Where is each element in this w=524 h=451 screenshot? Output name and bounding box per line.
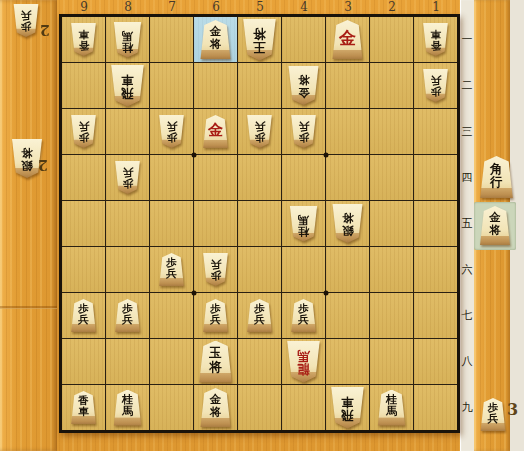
board-cell-4a[interactable] [282, 17, 325, 62]
board-cell-5c[interactable]: 歩兵 [238, 109, 281, 154]
board-cell-6a[interactable]: 金将 [194, 17, 237, 62]
piece-text: 金将 [199, 391, 233, 420]
piece-text: 歩兵 [422, 75, 450, 98]
piece-text: 飛車 [109, 71, 146, 103]
file-label-3: 3 [326, 0, 370, 15]
piece-text: 金将 [478, 209, 512, 238]
board-cell-7g[interactable] [150, 293, 193, 338]
piece-text: 金将 [287, 72, 321, 101]
piece-text: 歩兵 [70, 121, 98, 144]
board-cell-3e[interactable]: 銀将 [326, 201, 369, 246]
piece-text: 歩兵 [246, 121, 274, 144]
board-cell-4i[interactable] [282, 385, 325, 430]
board-cell-3a[interactable]: 金 [326, 17, 369, 62]
file-label-2: 2 [370, 0, 414, 15]
board-cell-1g[interactable] [414, 293, 457, 338]
board-cell-9c[interactable]: 歩兵 [62, 109, 105, 154]
board-cell-1f[interactable] [414, 247, 457, 292]
piece-text: 香車 [422, 29, 450, 52]
rank-label-1: 一 [460, 17, 474, 63]
piece-text: 歩兵 [114, 302, 142, 325]
shogi-piece-gote-pawn[interactable]: 歩兵 [70, 115, 98, 148]
shogi-piece-gote-rook[interactable]: 飛車 [329, 387, 366, 429]
rank-label-2: 二 [460, 63, 474, 109]
board-cell-4e[interactable]: 桂馬 [282, 201, 325, 246]
shogi-piece-gote-pawn[interactable]: 歩兵 [12, 4, 40, 37]
board-cell-8c[interactable] [106, 109, 149, 154]
board-cell-1i[interactable] [414, 385, 457, 430]
board-cell-1c[interactable] [414, 109, 457, 154]
shogi-piece-sente-pawn[interactable]: 歩兵 [290, 299, 318, 332]
rank-label-9: 九 [460, 384, 474, 430]
shogi-piece-gote-knight[interactable]: 桂馬 [288, 206, 319, 242]
piece-text: 歩兵 [202, 302, 230, 325]
board-cell-1d[interactable] [414, 155, 457, 200]
board-cell-1a[interactable]: 香車 [414, 17, 457, 62]
file-label-8: 8 [106, 0, 150, 15]
board-cell-7h[interactable] [150, 339, 193, 384]
piece-text: 歩兵 [12, 10, 40, 33]
shogi-piece-sente-promoted-lance[interactable]: 金 [202, 115, 230, 148]
file-labels: 987654321 [62, 0, 458, 15]
board-cell-8g[interactable]: 歩兵 [106, 293, 149, 338]
piece-text: 金 [202, 118, 230, 141]
star-point [324, 291, 329, 296]
shogi-piece-sente-pawn[interactable]: 歩兵 [158, 253, 186, 286]
board-cell-3c[interactable] [326, 109, 369, 154]
rank-label-6: 六 [460, 246, 474, 292]
board-cell-9d[interactable] [62, 155, 105, 200]
piece-text: 香車 [70, 29, 98, 52]
shogi-piece-gote-silver[interactable]: 銀将 [331, 204, 365, 243]
file-label-5: 5 [238, 0, 282, 15]
board-cell-8i[interactable]: 桂馬 [106, 385, 149, 430]
shogi-piece-gote-pawn[interactable]: 歩兵 [422, 69, 450, 102]
piece-text: 歩兵 [158, 121, 186, 144]
stand-seam [0, 306, 57, 309]
board-cell-2f[interactable] [370, 247, 413, 292]
board-cell-5b[interactable] [238, 63, 281, 108]
board-cell-3h[interactable] [326, 339, 369, 384]
board-cell-2g[interactable] [370, 293, 413, 338]
piece-text: 桂馬 [288, 212, 319, 238]
piece-text: 歩兵 [114, 167, 142, 190]
piece-text: 桂馬 [112, 393, 143, 419]
board-cell-2e[interactable] [370, 201, 413, 246]
shogi-piece-sente-pawn[interactable]: 歩兵 [70, 299, 98, 332]
shogi-piece-gote-pawn[interactable]: 歩兵 [114, 161, 142, 194]
shogi-piece-sente-promoted-silver[interactable]: 金 [331, 20, 365, 59]
piece-text: 歩兵 [290, 121, 318, 144]
piece-text: 歩兵 [70, 302, 98, 325]
shogi-piece-sente-pawn[interactable]: 歩兵 [479, 398, 507, 431]
board-cell-5g[interactable]: 歩兵 [238, 293, 281, 338]
piece-text: 龍馬 [285, 347, 322, 379]
shogi-piece-gote-pawn[interactable]: 歩兵 [290, 115, 318, 148]
board-cell-4b[interactable]: 金将 [282, 63, 325, 108]
shogi-piece-gote-lance[interactable]: 香車 [422, 23, 450, 56]
board-cell-3d[interactable] [326, 155, 369, 200]
board-cell-1h[interactable] [414, 339, 457, 384]
board-cell-9f[interactable] [62, 247, 105, 292]
piece-text: 玉将 [197, 344, 234, 376]
piece-text: 桂馬 [376, 393, 407, 419]
shogi-piece-gote-pawn[interactable]: 歩兵 [246, 115, 274, 148]
file-label-7: 7 [150, 0, 194, 15]
board-cell-3g[interactable] [326, 293, 369, 338]
board-cell-4c[interactable]: 歩兵 [282, 109, 325, 154]
piece-count: 2 [38, 157, 48, 173]
shogi-piece-sente-pawn[interactable]: 歩兵 [246, 299, 274, 332]
board-cell-5e[interactable] [238, 201, 281, 246]
board-cell-3i[interactable]: 飛車 [326, 385, 369, 430]
board-cell-7a[interactable] [150, 17, 193, 62]
board-cell-4f[interactable] [282, 247, 325, 292]
star-point [324, 153, 329, 158]
rank-label-7: 七 [460, 292, 474, 338]
shogi-piece-gote-pawn[interactable]: 歩兵 [202, 253, 230, 286]
shogi-piece-gote-promoted-bishop[interactable]: 龍馬 [285, 341, 322, 383]
shogi-piece-sente-gold[interactable]: 金将 [199, 388, 233, 427]
board-cell-8d[interactable]: 歩兵 [106, 155, 149, 200]
piece-text: 歩兵 [479, 401, 507, 424]
board-cell-7c[interactable]: 歩兵 [150, 109, 193, 154]
piece-text: 桂馬 [112, 28, 143, 54]
board-cell-4d[interactable] [282, 155, 325, 200]
board-cell-8e[interactable] [106, 201, 149, 246]
rank-label-3: 三 [460, 109, 474, 155]
board-cell-7i[interactable] [150, 385, 193, 430]
shogi-piece-gote-rook[interactable]: 飛車 [109, 65, 146, 107]
board-cell-7e[interactable] [150, 201, 193, 246]
board-cell-5i[interactable] [238, 385, 281, 430]
rank-label-8: 八 [460, 338, 474, 384]
board-cell-8a[interactable]: 桂馬 [106, 17, 149, 62]
board-cell-6d[interactable] [194, 155, 237, 200]
board-cell-6f[interactable]: 歩兵 [194, 247, 237, 292]
shogi-piece-gote-king[interactable]: 王将 [241, 19, 278, 61]
board-cell-6b[interactable] [194, 63, 237, 108]
piece-text: 飛車 [329, 393, 366, 425]
piece-count: 3 [507, 400, 518, 419]
shogi-app: 987654321 一二三四五六七八九 香車桂馬金将王将金香車飛車金将歩兵歩兵歩… [0, 0, 524, 451]
shogi-piece-sente-king[interactable]: 玉将 [197, 341, 234, 383]
board-cell-5d[interactable] [238, 155, 281, 200]
board-cell-2i[interactable]: 桂馬 [370, 385, 413, 430]
file-label-4: 4 [282, 0, 326, 15]
shogi-piece-gote-pawn[interactable]: 歩兵 [158, 115, 186, 148]
board-cell-7d[interactable] [150, 155, 193, 200]
shogi-piece-gote-gold[interactable]: 金将 [287, 66, 321, 105]
shogi-piece-gote-knight[interactable]: 桂馬 [112, 22, 143, 58]
board-cell-9e[interactable] [62, 201, 105, 246]
shogi-piece-sente-gold[interactable]: 金将 [199, 20, 233, 59]
shogi-piece-sente-pawn[interactable]: 歩兵 [114, 299, 142, 332]
board-cell-6i[interactable]: 金将 [194, 385, 237, 430]
board-cell-5h[interactable] [238, 339, 281, 384]
shogi-piece-sente-knight[interactable]: 桂馬 [112, 390, 143, 426]
board-cell-3b[interactable] [326, 63, 369, 108]
rank-labels: 一二三四五六七八九 [460, 17, 474, 430]
shogi-board: 香車桂馬金将王将金香車飛車金将歩兵歩兵歩兵金歩兵歩兵歩兵桂馬銀将歩兵歩兵歩兵歩兵… [59, 14, 460, 433]
file-label-9: 9 [62, 0, 106, 15]
board-cell-3f[interactable] [326, 247, 369, 292]
board-cell-2d[interactable] [370, 155, 413, 200]
file-label-1: 1 [414, 0, 458, 15]
board-cell-8b[interactable]: 飛車 [106, 63, 149, 108]
star-point [192, 291, 197, 296]
board-cell-8f[interactable] [106, 247, 149, 292]
gote-hand-stand [0, 0, 57, 451]
piece-text: 歩兵 [290, 302, 318, 325]
shogi-piece-sente-bishop[interactable]: 角行 [478, 156, 515, 198]
piece-text: 金将 [199, 23, 233, 52]
board-cell-6h[interactable]: 玉将 [194, 339, 237, 384]
shogi-piece-sente-knight[interactable]: 桂馬 [376, 390, 407, 426]
board-cell-7b[interactable] [150, 63, 193, 108]
board-cell-6c[interactable]: 金 [194, 109, 237, 154]
board-cell-1e[interactable] [414, 201, 457, 246]
board-cell-2a[interactable] [370, 17, 413, 62]
star-point [192, 153, 197, 158]
rank-label-4: 四 [460, 155, 474, 201]
board-cell-2c[interactable] [370, 109, 413, 154]
board-cell-1b[interactable]: 歩兵 [414, 63, 457, 108]
piece-text: 歩兵 [246, 302, 274, 325]
rank-label-5: 五 [460, 201, 474, 247]
piece-text: 金 [331, 23, 365, 52]
piece-text: 王将 [241, 25, 278, 57]
board-cell-2h[interactable] [370, 339, 413, 384]
board-cell-5f[interactable] [238, 247, 281, 292]
shogi-piece-sente-gold[interactable]: 金将 [478, 206, 512, 245]
board-cell-9h[interactable] [62, 339, 105, 384]
board-cell-5a[interactable]: 王将 [238, 17, 281, 62]
piece-count: 2 [40, 22, 50, 38]
board-cell-2b[interactable] [370, 63, 413, 108]
board-cell-4h[interactable]: 龍馬 [282, 339, 325, 384]
shogi-piece-sente-lance[interactable]: 香車 [70, 391, 98, 424]
board-cell-9b[interactable] [62, 63, 105, 108]
piece-text: 角行 [478, 159, 515, 191]
shogi-piece-gote-lance[interactable]: 香車 [70, 23, 98, 56]
shogi-piece-sente-pawn[interactable]: 歩兵 [202, 299, 230, 332]
board-cell-6e[interactable] [194, 201, 237, 246]
board-cell-8h[interactable] [106, 339, 149, 384]
board-cell-9i[interactable]: 香車 [62, 385, 105, 430]
piece-text: 歩兵 [158, 256, 186, 279]
board-cell-6g[interactable]: 歩兵 [194, 293, 237, 338]
piece-text: 銀将 [331, 210, 365, 239]
board-cell-9a[interactable]: 香車 [62, 17, 105, 62]
piece-text: 歩兵 [202, 259, 230, 282]
board-cell-4g[interactable]: 歩兵 [282, 293, 325, 338]
board-cell-9g[interactable]: 歩兵 [62, 293, 105, 338]
file-label-6: 6 [194, 0, 238, 15]
piece-text: 香車 [70, 394, 98, 417]
board-cell-7f[interactable]: 歩兵 [150, 247, 193, 292]
